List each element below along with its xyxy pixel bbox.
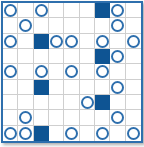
empty-cell-r8c4[interactable]	[49, 110, 64, 125]
circled-cell-r1c3[interactable]	[34, 3, 49, 18]
filled-cell-r6c3[interactable]	[34, 80, 49, 95]
circled-cell-r2c2[interactable]	[18, 18, 33, 33]
empty-cell-r5c9[interactable]	[126, 64, 141, 79]
circle-mark-icon	[4, 4, 17, 17]
empty-cell-r4c9[interactable]	[126, 49, 141, 64]
empty-cell-r7c9[interactable]	[126, 95, 141, 110]
empty-cell-r6c1[interactable]	[3, 80, 18, 95]
filled-cell-r9c3[interactable]	[34, 126, 49, 141]
circle-mark-icon	[96, 127, 109, 140]
empty-cell-r6c5[interactable]	[64, 80, 79, 95]
circle-mark-icon	[111, 111, 124, 124]
circled-cell-r9c7[interactable]	[95, 126, 110, 141]
circled-cell-r4c8[interactable]	[110, 49, 125, 64]
circled-cell-r5c3[interactable]	[34, 64, 49, 79]
empty-cell-r5c2[interactable]	[18, 64, 33, 79]
empty-cell-r9c8[interactable]	[110, 126, 125, 141]
circled-cell-r9c1[interactable]	[3, 126, 18, 141]
empty-cell-r4c3[interactable]	[34, 49, 49, 64]
empty-cell-r4c4[interactable]	[49, 49, 64, 64]
circle-mark-icon	[81, 96, 94, 109]
empty-cell-r6c7[interactable]	[95, 80, 110, 95]
circled-cell-r2c8[interactable]	[110, 18, 125, 33]
circled-cell-r3c7[interactable]	[95, 34, 110, 49]
empty-cell-r9c4[interactable]	[49, 126, 64, 141]
circled-cell-r3c4[interactable]	[49, 34, 64, 49]
circled-cell-r7c6[interactable]	[80, 95, 95, 110]
empty-cell-r7c8[interactable]	[110, 95, 125, 110]
empty-cell-r6c6[interactable]	[80, 80, 95, 95]
empty-cell-r7c2[interactable]	[18, 95, 33, 110]
circle-mark-icon	[111, 19, 124, 32]
empty-cell-r7c1[interactable]	[3, 95, 18, 110]
circle-mark-icon	[65, 35, 78, 48]
circled-cell-r3c1[interactable]	[3, 34, 18, 49]
empty-cell-r1c6[interactable]	[80, 3, 95, 18]
empty-cell-r6c4[interactable]	[49, 80, 64, 95]
circle-mark-icon	[127, 35, 140, 48]
empty-cell-r6c2[interactable]	[18, 80, 33, 95]
empty-cell-r8c5[interactable]	[64, 110, 79, 125]
empty-cell-r2c5[interactable]	[64, 18, 79, 33]
circle-mark-icon	[111, 4, 124, 17]
circle-mark-icon	[4, 127, 17, 140]
empty-cell-r7c3[interactable]	[34, 95, 49, 110]
circle-mark-icon	[127, 127, 140, 140]
circled-cell-r9c5[interactable]	[64, 126, 79, 141]
empty-cell-r3c8[interactable]	[110, 34, 125, 49]
circled-cell-r5c1[interactable]	[3, 64, 18, 79]
circle-mark-icon	[19, 19, 32, 32]
empty-cell-r8c7[interactable]	[95, 110, 110, 125]
circle-mark-icon	[96, 35, 109, 48]
circle-mark-icon	[111, 50, 124, 63]
puzzle-screen	[0, 0, 144, 147]
circle-mark-icon	[96, 65, 109, 78]
filled-cell-r4c7[interactable]	[95, 49, 110, 64]
empty-cell-r6c9[interactable]	[126, 80, 141, 95]
empty-cell-r4c1[interactable]	[3, 49, 18, 64]
empty-cell-r4c5[interactable]	[64, 49, 79, 64]
circle-mark-icon	[35, 65, 48, 78]
empty-cell-r2c3[interactable]	[34, 18, 49, 33]
circle-mark-icon	[65, 65, 78, 78]
empty-cell-r2c6[interactable]	[80, 18, 95, 33]
circled-cell-r8c2[interactable]	[18, 110, 33, 125]
circled-cell-r3c5[interactable]	[64, 34, 79, 49]
circled-cell-r5c5[interactable]	[64, 64, 79, 79]
filled-cell-r7c7[interactable]	[95, 95, 110, 110]
empty-cell-r7c4[interactable]	[49, 95, 64, 110]
circled-cell-r1c8[interactable]	[110, 3, 125, 18]
empty-cell-r5c4[interactable]	[49, 64, 64, 79]
puzzle-board	[1, 1, 143, 143]
circle-mark-icon	[4, 65, 17, 78]
circled-cell-r6c8[interactable]	[110, 80, 125, 95]
empty-cell-r3c2[interactable]	[18, 34, 33, 49]
filled-cell-r1c7[interactable]	[95, 3, 110, 18]
empty-cell-r1c2[interactable]	[18, 3, 33, 18]
empty-cell-r7c5[interactable]	[64, 95, 79, 110]
empty-cell-r4c2[interactable]	[18, 49, 33, 64]
circled-cell-r3c9[interactable]	[126, 34, 141, 49]
empty-cell-r8c1[interactable]	[3, 110, 18, 125]
circled-cell-r9c9[interactable]	[126, 126, 141, 141]
empty-cell-r8c6[interactable]	[80, 110, 95, 125]
empty-cell-r8c3[interactable]	[34, 110, 49, 125]
circle-mark-icon	[111, 81, 124, 94]
circle-mark-icon	[19, 111, 32, 124]
empty-cell-r1c5[interactable]	[64, 3, 79, 18]
empty-cell-r2c4[interactable]	[49, 18, 64, 33]
filled-cell-r3c3[interactable]	[34, 34, 49, 49]
empty-cell-r1c4[interactable]	[49, 3, 64, 18]
empty-cell-r5c6[interactable]	[80, 64, 95, 79]
empty-cell-r2c7[interactable]	[95, 18, 110, 33]
circle-mark-icon	[35, 4, 48, 17]
circled-cell-r5c7[interactable]	[95, 64, 110, 79]
circle-mark-icon	[19, 127, 32, 140]
circle-mark-icon	[65, 127, 78, 140]
empty-cell-r2c9[interactable]	[126, 18, 141, 33]
empty-cell-r5c8[interactable]	[110, 64, 125, 79]
empty-cell-r2c1[interactable]	[3, 18, 18, 33]
circled-cell-r1c1[interactable]	[3, 3, 18, 18]
empty-cell-r9c6[interactable]	[80, 126, 95, 141]
empty-cell-r4c6[interactable]	[80, 49, 95, 64]
circle-mark-icon	[4, 35, 17, 48]
circled-cell-r9c2[interactable]	[18, 126, 33, 141]
empty-cell-r3c6[interactable]	[80, 34, 95, 49]
circle-mark-icon	[50, 35, 63, 48]
circled-cell-r8c8[interactable]	[110, 110, 125, 125]
empty-cell-r1c9[interactable]	[126, 3, 141, 18]
empty-cell-r8c9[interactable]	[126, 110, 141, 125]
